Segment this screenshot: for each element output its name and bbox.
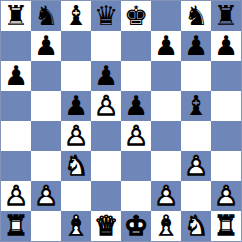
square-b8[interactable]: ♞ [31, 1, 61, 31]
piece-glyph: ♝ [181, 91, 211, 121]
square-c7[interactable] [61, 31, 91, 61]
square-f8[interactable] [151, 1, 181, 31]
square-b3[interactable] [31, 151, 61, 181]
piece-glyph: ♜ [211, 1, 241, 31]
square-d8[interactable]: ♛ [91, 1, 121, 31]
square-c5[interactable]: ♟ [61, 91, 91, 121]
square-f4[interactable] [151, 121, 181, 151]
black-king[interactable]: ♚ [121, 1, 151, 31]
square-e8[interactable]: ♚ [121, 1, 151, 31]
square-e6[interactable] [121, 61, 151, 91]
square-h6[interactable] [211, 61, 241, 91]
piece-glyph: ♛ [91, 1, 121, 31]
square-g8[interactable]: ♞ [181, 1, 211, 31]
piece-glyph: ♝ [61, 1, 91, 31]
square-d7[interactable] [91, 31, 121, 61]
square-g5[interactable]: ♝ [181, 91, 211, 121]
square-b7[interactable]: ♟ [31, 31, 61, 61]
white-knight[interactable]: ♞♘ [181, 211, 211, 241]
square-b6[interactable] [31, 61, 61, 91]
white-pawn[interactable]: ♟♙ [1, 181, 31, 211]
black-pawn[interactable]: ♟ [91, 61, 121, 91]
square-e7[interactable] [121, 31, 151, 61]
square-g1[interactable]: ♞♘ [181, 211, 211, 241]
square-e5[interactable]: ♟ [121, 91, 151, 121]
square-g4[interactable] [181, 121, 211, 151]
white-bishop[interactable]: ♝♗ [61, 211, 91, 241]
square-h4[interactable] [211, 121, 241, 151]
piece-outline-glyph: ♙ [1, 181, 31, 211]
piece-glyph: ♞ [181, 1, 211, 31]
piece-glyph: ♟ [91, 61, 121, 91]
square-d3[interactable] [91, 151, 121, 181]
white-pawn[interactable]: ♟♙ [121, 121, 151, 151]
piece-glyph: ♚ [121, 1, 151, 31]
square-a7[interactable] [1, 31, 31, 61]
piece-outline-glyph: ♙ [61, 121, 91, 151]
square-b4[interactable] [31, 121, 61, 151]
square-a2[interactable]: ♟♙ [1, 181, 31, 211]
black-pawn[interactable]: ♟ [151, 31, 181, 61]
square-a3[interactable] [1, 151, 31, 181]
square-f2[interactable]: ♟♙ [151, 181, 181, 211]
square-c6[interactable] [61, 61, 91, 91]
piece-outline-glyph: ♖ [1, 211, 31, 241]
square-f5[interactable] [151, 91, 181, 121]
square-c8[interactable]: ♝ [61, 1, 91, 31]
square-e3[interactable] [121, 151, 151, 181]
square-h8[interactable]: ♜ [211, 1, 241, 31]
square-d2[interactable] [91, 181, 121, 211]
piece-outline-glyph: ♙ [31, 181, 61, 211]
square-a1[interactable]: ♜♖ [1, 211, 31, 241]
white-pawn[interactable]: ♟♙ [211, 181, 241, 211]
piece-outline-glyph: ♙ [151, 181, 181, 211]
square-a6[interactable]: ♟ [1, 61, 31, 91]
square-f7[interactable]: ♟ [151, 31, 181, 61]
piece-glyph: ♟ [151, 31, 181, 61]
white-pawn[interactable]: ♟♙ [61, 121, 91, 151]
square-b5[interactable] [31, 91, 61, 121]
white-king[interactable]: ♚♔ [121, 211, 151, 241]
square-e4[interactable]: ♟♙ [121, 121, 151, 151]
white-queen[interactable]: ♛♕ [91, 211, 121, 241]
piece-outline-glyph: ♗ [61, 211, 91, 241]
square-h2[interactable]: ♟♙ [211, 181, 241, 211]
piece-glyph: ♟ [61, 91, 91, 121]
white-rook[interactable]: ♜♖ [211, 211, 241, 241]
white-knight[interactable]: ♞♘ [61, 151, 91, 181]
square-h5[interactable] [211, 91, 241, 121]
square-g2[interactable] [181, 181, 211, 211]
square-g6[interactable] [181, 61, 211, 91]
square-g3[interactable]: ♟♙ [181, 151, 211, 181]
square-f6[interactable] [151, 61, 181, 91]
piece-outline-glyph: ♖ [211, 211, 241, 241]
square-c1[interactable]: ♝♗ [61, 211, 91, 241]
square-c4[interactable]: ♟♙ [61, 121, 91, 151]
square-a5[interactable] [1, 91, 31, 121]
black-pawn[interactable]: ♟ [211, 31, 241, 61]
square-f3[interactable] [151, 151, 181, 181]
square-c2[interactable] [61, 181, 91, 211]
black-pawn[interactable]: ♟ [181, 31, 211, 61]
square-a8[interactable]: ♜ [1, 1, 31, 31]
white-pawn[interactable]: ♟♙ [181, 151, 211, 181]
piece-outline-glyph: ♙ [181, 151, 211, 181]
piece-outline-glyph: ♘ [181, 211, 211, 241]
piece-outline-glyph: ♕ [91, 211, 121, 241]
square-e2[interactable] [121, 181, 151, 211]
square-g7[interactable]: ♟ [181, 31, 211, 61]
black-pawn[interactable]: ♟ [61, 91, 91, 121]
black-pawn[interactable]: ♟ [121, 91, 151, 121]
black-rook[interactable]: ♜ [211, 1, 241, 31]
piece-glyph: ♟ [181, 31, 211, 61]
square-d6[interactable]: ♟ [91, 61, 121, 91]
square-h7[interactable]: ♟ [211, 31, 241, 61]
piece-outline-glyph: ♘ [61, 151, 91, 181]
piece-glyph: ♞ [31, 1, 61, 31]
piece-glyph: ♟ [211, 31, 241, 61]
piece-glyph: ♟ [1, 61, 31, 91]
square-b2[interactable]: ♟♙ [31, 181, 61, 211]
white-bishop[interactable]: ♝♗ [151, 211, 181, 241]
square-e1[interactable]: ♚♔ [121, 211, 151, 241]
piece-outline-glyph: ♙ [211, 181, 241, 211]
black-queen[interactable]: ♛ [91, 1, 121, 31]
white-rook[interactable]: ♜♖ [1, 211, 31, 241]
black-bishop[interactable]: ♝ [61, 1, 91, 31]
piece-outline-glyph: ♔ [121, 211, 151, 241]
square-a4[interactable] [1, 121, 31, 151]
square-c3[interactable]: ♞♘ [61, 151, 91, 181]
square-h3[interactable] [211, 151, 241, 181]
black-knight[interactable]: ♞ [181, 1, 211, 31]
piece-glyph: ♜ [1, 1, 31, 31]
square-b1[interactable] [31, 211, 61, 241]
black-bishop[interactable]: ♝ [181, 91, 211, 121]
black-pawn[interactable]: ♟ [1, 61, 31, 91]
square-d5[interactable]: ♟♙ [91, 91, 121, 121]
chess-board[interactable]: ♜♞♝♛♚♞♜♟♟♟♟♟♟♟♟♙♟♝♟♙♟♙♞♘♟♙♟♙♟♙♟♙♟♙♜♖♝♗♛♕… [0, 0, 242, 242]
square-f1[interactable]: ♝♗ [151, 211, 181, 241]
piece-glyph: ♟ [31, 31, 61, 61]
piece-outline-glyph: ♙ [121, 121, 151, 151]
piece-outline-glyph: ♙ [91, 91, 121, 121]
black-knight[interactable]: ♞ [31, 1, 61, 31]
piece-glyph: ♟ [121, 91, 151, 121]
square-d4[interactable] [91, 121, 121, 151]
square-d1[interactable]: ♛♕ [91, 211, 121, 241]
white-pawn[interactable]: ♟♙ [151, 181, 181, 211]
square-h1[interactable]: ♜♖ [211, 211, 241, 241]
black-pawn[interactable]: ♟ [31, 31, 61, 61]
piece-outline-glyph: ♗ [151, 211, 181, 241]
black-rook[interactable]: ♜ [1, 1, 31, 31]
white-pawn[interactable]: ♟♙ [31, 181, 61, 211]
white-pawn[interactable]: ♟♙ [91, 91, 121, 121]
